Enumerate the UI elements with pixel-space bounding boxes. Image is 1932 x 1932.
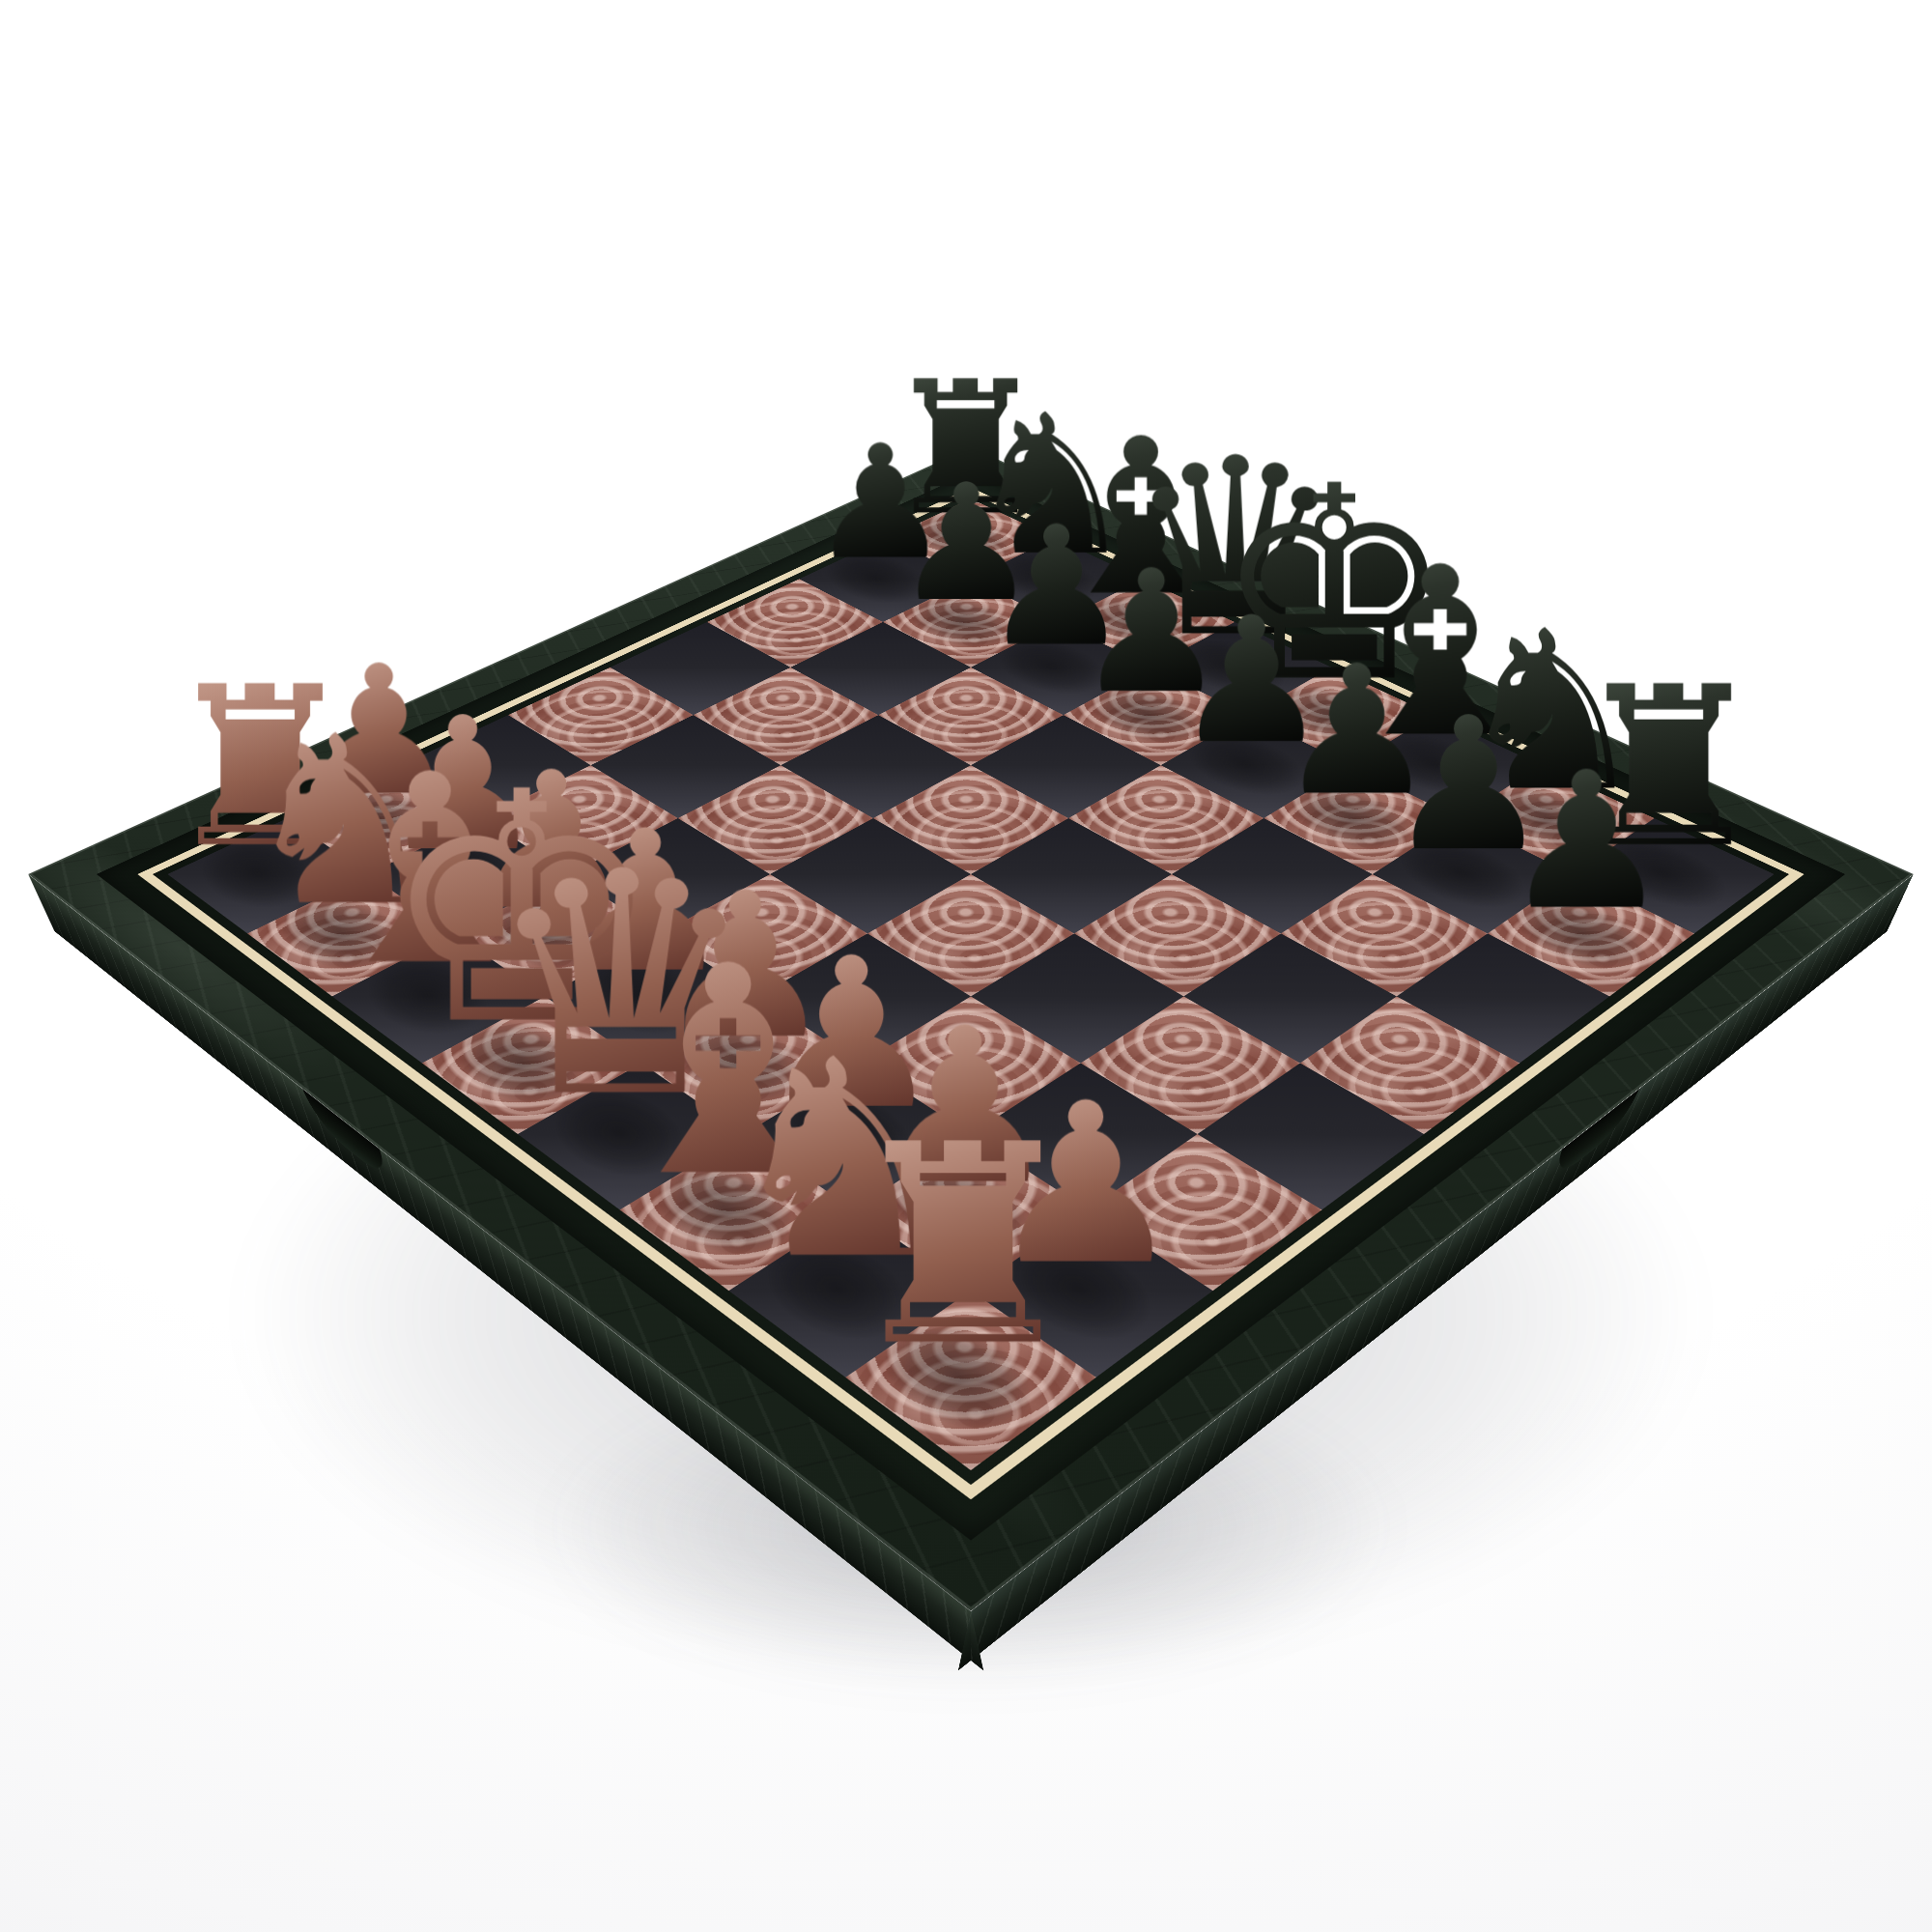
scene: ♜♞♟♝♟♛♟♚♟♝♟♞♟♟♜♟♟♜♟♟♞♟♝♟♚♟♛♟♝♟♞♜ [0,0,1932,1932]
photo-background: ♜♞♟♝♟♛♟♚♟♝♟♞♟♟♜♟♟♜♟♟♞♟♝♟♚♟♛♟♝♟♞♜ [0,0,1932,1932]
rook-glyph: ♜ [839,1107,1087,1382]
chess-board: ♜♞♟♝♟♛♟♚♟♝♟♞♟♟♜♟♟♜♟♟♞♟♝♟♚♟♛♟♝♟♞♜ [28,447,1914,1611]
pawn-glyph: ♟ [1502,748,1672,937]
